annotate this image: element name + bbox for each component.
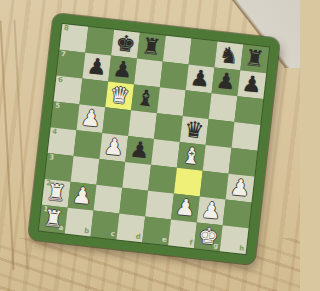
square-e5[interactable] — [154, 113, 183, 142]
square-g7[interactable]: ♟ — [212, 67, 241, 96]
square-g3[interactable] — [200, 171, 229, 200]
chess-board-grid: 8♚♜♞♜7♟♟♟♟♟6♛♝5♟♛4♟♟♝3♟2♜♟♟♟1a♜bcdefg♚h — [39, 24, 269, 254]
square-e1[interactable]: e — [142, 216, 171, 245]
white-pawn: ♟ — [99, 133, 128, 162]
white-pawn: ♟ — [197, 197, 226, 226]
square-c3[interactable] — [96, 159, 125, 188]
file-label-h: h — [239, 245, 245, 253]
square-h3[interactable]: ♟ — [226, 174, 255, 203]
square-c6[interactable]: ♛ — [105, 81, 134, 110]
black-queen: ♛ — [180, 116, 209, 145]
square-f8[interactable] — [189, 39, 218, 68]
square-a7[interactable]: 7 — [57, 50, 86, 79]
square-e3[interactable] — [148, 165, 177, 194]
square-f3[interactable] — [174, 168, 203, 197]
square-a5[interactable]: 5 — [51, 101, 80, 130]
square-f2[interactable]: ♟ — [171, 194, 200, 223]
file-label-g: g — [213, 242, 219, 250]
square-h8[interactable]: ♜ — [240, 44, 269, 73]
square-b7[interactable]: ♟ — [82, 53, 111, 82]
rank-label-2: 2 — [46, 180, 52, 188]
rank-label-1: 1 — [43, 206, 49, 214]
black-bishop: ♝ — [131, 84, 160, 113]
square-c1[interactable]: c — [91, 211, 120, 240]
square-e8[interactable] — [163, 36, 192, 65]
square-d1[interactable]: d — [116, 214, 145, 243]
rank-label-7: 7 — [61, 51, 67, 59]
black-pawn: ♟ — [186, 64, 215, 93]
square-f6[interactable] — [183, 90, 212, 119]
white-pawn: ♟ — [171, 194, 200, 223]
black-pawn: ♟ — [108, 56, 137, 85]
rank-label-6: 6 — [58, 77, 64, 85]
square-g8[interactable]: ♞ — [214, 42, 243, 71]
square-g5[interactable] — [206, 119, 235, 148]
square-g6[interactable] — [209, 93, 238, 122]
square-b8[interactable] — [85, 27, 114, 56]
rank-label-5: 5 — [55, 103, 61, 111]
square-f1[interactable]: f — [168, 219, 197, 248]
square-h5[interactable] — [231, 122, 260, 151]
square-e2[interactable] — [145, 191, 174, 220]
file-label-f: f — [189, 240, 193, 247]
square-c5[interactable] — [102, 107, 131, 136]
square-e4[interactable] — [151, 139, 180, 168]
square-f4[interactable]: ♝ — [177, 142, 206, 171]
square-d2[interactable] — [119, 188, 148, 217]
square-f7[interactable]: ♟ — [186, 64, 215, 93]
square-e6[interactable] — [157, 87, 186, 116]
square-e7[interactable] — [160, 62, 189, 91]
white-bishop: ♝ — [177, 142, 206, 171]
square-b6[interactable] — [79, 79, 108, 108]
square-c7[interactable]: ♟ — [108, 56, 137, 85]
square-c4[interactable]: ♟ — [99, 133, 128, 162]
file-label-e: e — [161, 237, 167, 244]
square-b3[interactable] — [71, 156, 100, 185]
square-c8[interactable]: ♚ — [111, 30, 140, 59]
square-g2[interactable]: ♟ — [197, 197, 226, 226]
square-h2[interactable] — [223, 199, 252, 228]
square-d8[interactable]: ♜ — [137, 33, 166, 62]
square-h6[interactable] — [234, 96, 263, 125]
square-b4[interactable] — [74, 130, 103, 159]
black-rook: ♜ — [240, 44, 269, 73]
rank-label-4: 4 — [52, 128, 58, 136]
white-pawn: ♟ — [68, 182, 97, 211]
file-label-a: a — [58, 225, 63, 232]
square-b1[interactable]: b — [65, 208, 94, 237]
black-knight: ♞ — [214, 42, 243, 71]
black-rook: ♜ — [137, 33, 166, 62]
rank-label-3: 3 — [49, 154, 55, 162]
square-h4[interactable] — [229, 148, 258, 177]
square-c2[interactable] — [94, 185, 123, 214]
square-b5[interactable]: ♟ — [77, 104, 106, 133]
square-a4[interactable]: 4 — [48, 127, 77, 156]
file-label-b: b — [84, 228, 90, 236]
square-d3[interactable] — [122, 162, 151, 191]
white-pawn: ♟ — [226, 174, 255, 203]
square-h1[interactable]: h — [220, 225, 249, 254]
black-pawn: ♟ — [212, 67, 241, 96]
square-d5[interactable] — [128, 110, 157, 139]
square-g4[interactable] — [203, 145, 232, 174]
square-a3[interactable]: 3 — [45, 153, 74, 182]
square-a6[interactable]: 6 — [54, 76, 83, 105]
white-queen: ♛ — [105, 81, 134, 110]
rank-label-8: 8 — [64, 25, 70, 33]
white-pawn: ♟ — [77, 104, 106, 133]
square-g1[interactable]: g♚ — [194, 222, 223, 251]
chess-board: 8♚♜♞♜7♟♟♟♟♟6♛♝5♟♛4♟♟♝3♟2♜♟♟♟1a♜bcdefg♚h — [28, 13, 280, 265]
square-a2[interactable]: 2♜ — [42, 179, 71, 208]
square-a8[interactable]: 8 — [59, 24, 88, 53]
square-h7[interactable]: ♟ — [237, 70, 266, 99]
white-king: ♚ — [194, 222, 223, 251]
square-a1[interactable]: 1a♜ — [39, 205, 68, 234]
square-f5[interactable]: ♛ — [180, 116, 209, 145]
black-king: ♚ — [111, 30, 140, 59]
square-d6[interactable]: ♝ — [131, 84, 160, 113]
black-pawn: ♟ — [125, 136, 154, 165]
square-d7[interactable] — [134, 59, 163, 88]
black-pawn: ♟ — [82, 53, 111, 82]
file-label-c: c — [110, 231, 115, 238]
square-b2[interactable]: ♟ — [68, 182, 97, 211]
black-pawn: ♟ — [237, 70, 266, 99]
square-d4[interactable]: ♟ — [125, 136, 154, 165]
file-label-d: d — [135, 234, 141, 242]
